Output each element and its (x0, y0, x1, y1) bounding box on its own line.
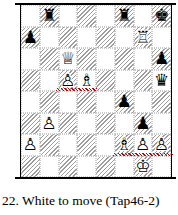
square-d1 (77, 156, 96, 178)
square-d8 (77, 5, 96, 27)
square-c4 (59, 91, 78, 113)
square-b3: ♙ (40, 113, 59, 135)
square-d3 (77, 113, 96, 135)
square-h3 (152, 113, 171, 135)
square-a8 (21, 5, 40, 27)
square-f4: ♟ (115, 91, 134, 113)
diagram-caption: 22. White to move (Tap46-2) (2, 193, 159, 209)
square-e4 (96, 91, 115, 113)
square-g3: ♟ (134, 113, 153, 135)
square-a6 (21, 48, 40, 70)
square-a7: ♟ (21, 27, 40, 49)
square-g4 (134, 91, 153, 113)
square-h4 (152, 91, 171, 113)
white-pawn-c5: ♙ (60, 72, 75, 89)
square-h8: ♚ (152, 5, 171, 27)
square-e8 (96, 5, 115, 27)
spellcheck-squiggle-f2-h2 (113, 153, 173, 156)
square-b2 (40, 134, 59, 156)
chess-board: ♜♜♚♟♖♕♟♙♗♛♟♙♟♙♗♙♙♔ (20, 5, 172, 177)
square-d2 (77, 134, 96, 156)
square-b8: ♜ (40, 5, 59, 27)
square-e5 (96, 70, 115, 92)
white-king-g1: ♔ (135, 158, 150, 175)
white-rook-g7: ♖ (135, 29, 150, 46)
white-pawn-h2: ♙ (154, 136, 169, 153)
black-pawn-h6: ♟ (154, 50, 169, 67)
square-e6 (96, 48, 115, 70)
square-g6 (134, 48, 153, 70)
board-border-bottom (15, 177, 176, 179)
white-bishop-d5: ♗ (79, 72, 94, 89)
square-f5 (115, 70, 134, 92)
square-f8: ♜ (115, 5, 134, 27)
square-b6 (40, 48, 59, 70)
square-b1 (40, 156, 59, 178)
white-pawn-b3: ♙ (42, 115, 57, 132)
square-f1 (115, 156, 134, 178)
square-f3 (115, 113, 134, 135)
square-c7 (59, 27, 78, 49)
square-d7 (77, 27, 96, 49)
square-g5 (134, 70, 153, 92)
white-queen-c6: ♕ (60, 50, 75, 67)
square-h1 (152, 156, 171, 178)
square-g8 (134, 5, 153, 27)
black-pawn-a7: ♟ (23, 29, 38, 46)
white-pawn-a2: ♙ (23, 136, 38, 153)
square-b4 (40, 91, 59, 113)
black-queen-h5: ♛ (154, 72, 169, 89)
square-f7 (115, 27, 134, 49)
square-h6: ♟ (152, 48, 171, 70)
square-a2: ♙ (21, 134, 40, 156)
white-pawn-g2: ♙ (135, 136, 150, 153)
square-c3 (59, 113, 78, 135)
square-c8 (59, 5, 78, 27)
black-pawn-f4: ♟ (117, 93, 132, 110)
square-c1 (59, 156, 78, 178)
square-a1 (21, 156, 40, 178)
square-e3 (96, 113, 115, 135)
square-h7 (152, 27, 171, 49)
black-rook-f8: ♜ (117, 7, 132, 24)
square-a5 (21, 70, 40, 92)
square-b7 (40, 27, 59, 49)
square-e7 (96, 27, 115, 49)
spellcheck-squiggle-c5-d5 (56, 88, 97, 91)
square-g1: ♔ (134, 156, 153, 178)
black-rook-b8: ♜ (42, 7, 57, 24)
square-e2 (96, 134, 115, 156)
square-e1 (96, 156, 115, 178)
square-d4 (77, 91, 96, 113)
square-a4 (21, 91, 40, 113)
white-bishop-f2: ♗ (117, 136, 132, 153)
black-pawn-g3: ♟ (135, 115, 150, 132)
square-a3 (21, 113, 40, 135)
square-h5: ♛ (152, 70, 171, 92)
square-g7: ♖ (134, 27, 153, 49)
square-f6 (115, 48, 134, 70)
square-c2 (59, 134, 78, 156)
square-d6 (77, 48, 96, 70)
square-c6: ♕ (59, 48, 78, 70)
black-king-h8: ♚ (154, 7, 169, 24)
